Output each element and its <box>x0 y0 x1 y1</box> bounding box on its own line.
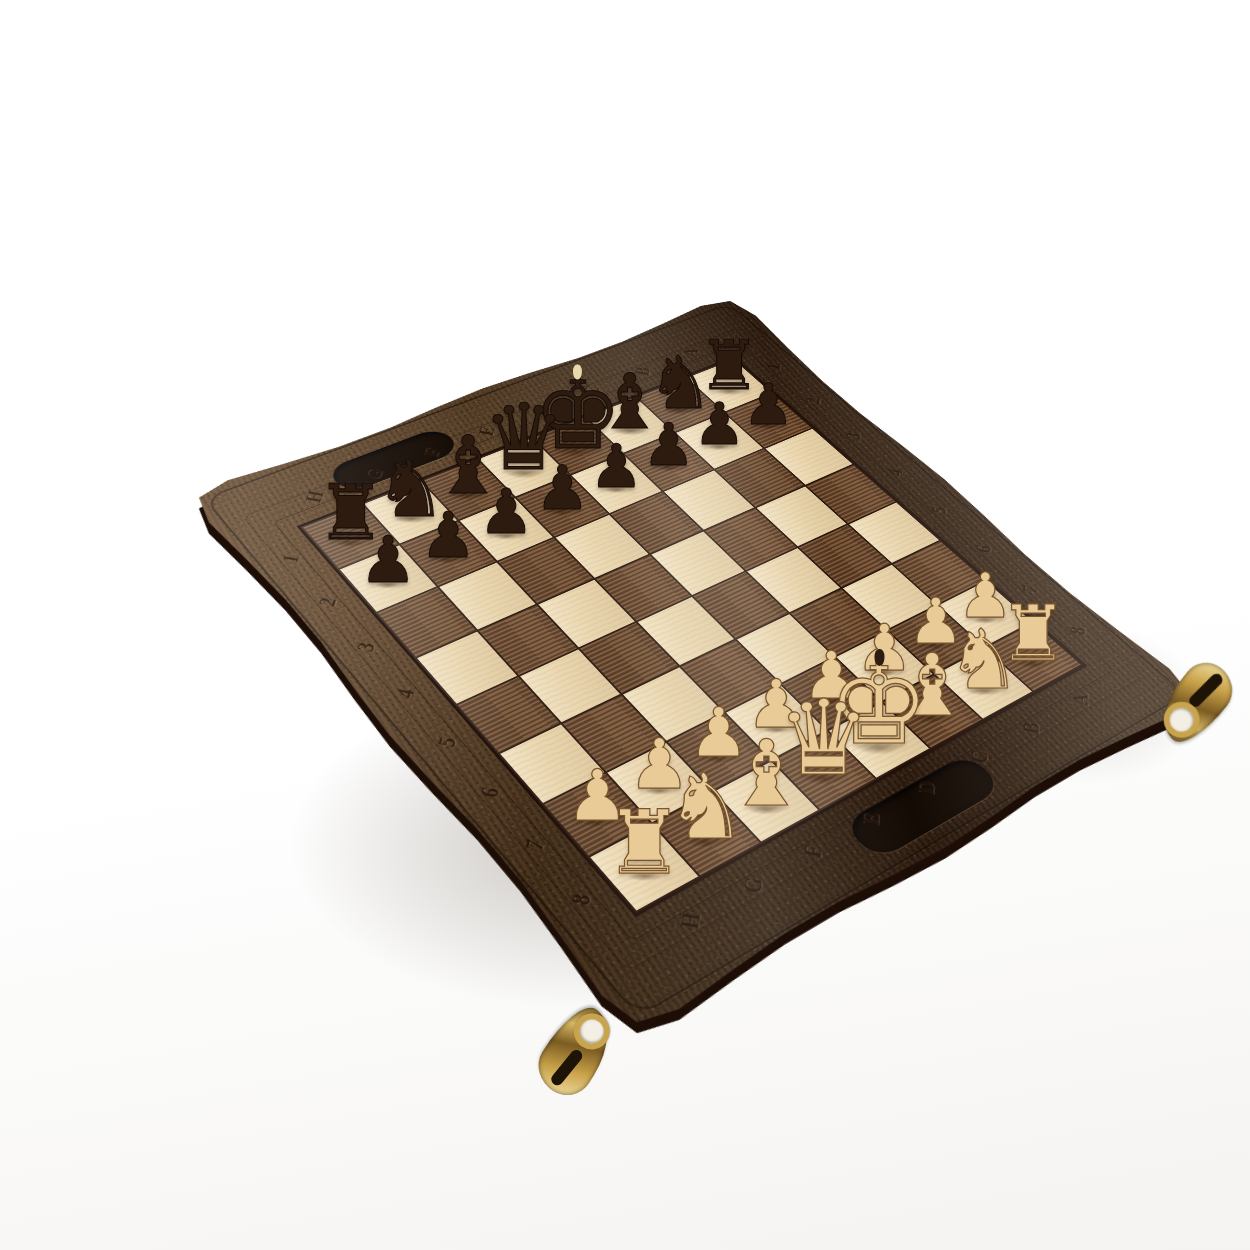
rank-label-left-7: 7 <box>519 838 550 853</box>
rank-label-right-5: 5 <box>927 505 951 516</box>
rank-label-right-2: 2 <box>801 396 825 406</box>
piece-dark-pawn-A2[interactable]: ♟ <box>743 376 794 433</box>
piece-dark-pawn-H2[interactable]: ♟ <box>359 529 417 593</box>
piece-dark-pawn-F2[interactable]: ♟ <box>478 481 534 543</box>
file-label-near-G: G <box>738 875 769 896</box>
scene: HH11GG22FF33EE44DD55CC66BB77AA88 ♜♞♝♛♚♝♞… <box>0 0 1250 1250</box>
rank-label-left-4: 4 <box>391 687 421 700</box>
rank-label-right-6: 6 <box>972 543 996 554</box>
file-label-near-A: A <box>1068 691 1094 707</box>
rank-label-left-5: 5 <box>432 735 463 749</box>
rank-label-left-2: 2 <box>313 596 342 608</box>
piece-dark-pawn-C2[interactable]: ♟ <box>642 416 695 475</box>
king-finial <box>573 364 582 379</box>
piece-dark-pawn-B2[interactable]: ♟ <box>693 396 745 454</box>
rank-label-right-8: 8 <box>1066 625 1091 637</box>
piece-light-rook-H8[interactable]: ♜ <box>605 799 684 887</box>
rank-label-left-8: 8 <box>566 892 598 907</box>
rank-label-left-3: 3 <box>351 641 381 654</box>
piece-dark-pawn-E2[interactable]: ♟ <box>535 459 590 520</box>
piece-dark-pawn-G2[interactable]: ♟ <box>420 504 477 567</box>
king-finial <box>874 649 884 666</box>
rank-label-right-3: 3 <box>842 431 866 441</box>
file-label-near-H: H <box>675 910 707 931</box>
rank-label-left-6: 6 <box>475 785 506 799</box>
brass-clasp-bottom <box>528 997 624 1105</box>
file-label-near-B: B <box>1018 720 1045 736</box>
rank-label-right-4: 4 <box>884 467 908 478</box>
piece-dark-pawn-D2[interactable]: ♟ <box>590 437 644 497</box>
rank-label-left-1: 1 <box>277 553 306 565</box>
file-label-near-F: F <box>798 843 828 860</box>
